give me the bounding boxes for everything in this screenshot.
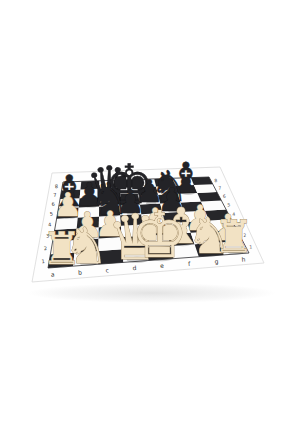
piece-white-knight-b1[interactable]: ♞	[64, 217, 109, 275]
rank-label-6-right: 6	[223, 194, 226, 199]
piece-white-rook-h1[interactable]: ♜	[213, 210, 253, 263]
board-shadow	[28, 283, 276, 303]
piece-white-king-e1[interactable]: ♚	[131, 198, 188, 272]
chessboard: abcdefgh1122334455667788♝♝♟♛♚♟♞♟♞♟♟♟♟♟♟♝…	[0, 0, 298, 448]
rank-label-8-right: 8	[214, 178, 217, 183]
rank-label-7-right: 7	[218, 186, 221, 191]
product-photo: abcdefgh1122334455667788♝♝♟♛♚♟♞♟♞♟♟♟♟♟♟♝…	[0, 0, 298, 448]
